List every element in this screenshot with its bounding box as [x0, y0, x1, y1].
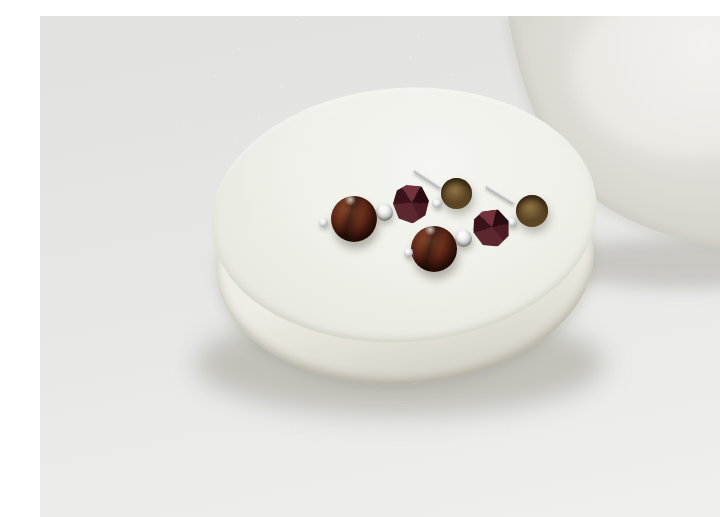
- tiger-eye-stud-bead: [516, 195, 548, 227]
- tiger-eye-stud-bead: [441, 178, 472, 209]
- red-tiger-eye-bead: [411, 226, 457, 272]
- product-photo: Product photo: a pair of sterling silver…: [40, 16, 720, 517]
- red-tiger-eye-bead: [331, 196, 377, 242]
- silver-bead: [376, 204, 393, 221]
- headpin-tip: [319, 218, 328, 227]
- silver-jump-ring: [432, 198, 442, 208]
- silver-bead: [455, 230, 472, 247]
- headpin-tip: [404, 248, 413, 257]
